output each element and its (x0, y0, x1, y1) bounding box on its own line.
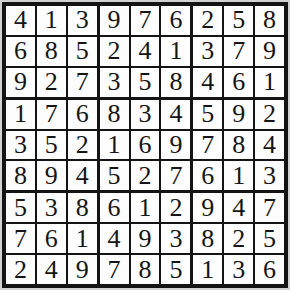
cell-r4c3: 6 (68, 100, 97, 129)
cell-r8c6: 3 (161, 224, 190, 253)
cell-r3c7: 4 (193, 68, 222, 97)
box-2-1: 176352894 (6, 100, 97, 191)
cell-r6c9: 3 (255, 161, 284, 190)
cell-r1c5: 7 (131, 6, 160, 35)
cell-r7c8: 4 (224, 193, 253, 222)
cell-r9c9: 6 (255, 255, 284, 284)
cell-r5c8: 8 (224, 131, 253, 160)
cell-r3c3: 7 (68, 68, 97, 97)
cell-r5c5: 6 (131, 131, 160, 160)
cell-r3c6: 8 (161, 68, 190, 97)
cell-r9c5: 8 (131, 255, 160, 284)
cell-r3c9: 1 (255, 68, 284, 97)
cell-r5c3: 2 (68, 131, 97, 160)
cell-r9c2: 4 (37, 255, 66, 284)
box-1-2: 976241358 (100, 6, 191, 97)
cell-r3c1: 9 (6, 68, 35, 97)
cell-r8c1: 7 (6, 224, 35, 253)
cell-r3c5: 5 (131, 68, 160, 97)
cell-r9c8: 3 (224, 255, 253, 284)
cell-r6c5: 2 (131, 161, 160, 190)
cell-r4c7: 5 (193, 100, 222, 129)
cell-r2c4: 2 (100, 37, 129, 66)
cell-r9c6: 5 (161, 255, 190, 284)
cell-r9c7: 1 (193, 255, 222, 284)
cell-r6c2: 9 (37, 161, 66, 190)
cell-r7c2: 3 (37, 193, 66, 222)
cell-r5c6: 9 (161, 131, 190, 160)
cell-r9c4: 7 (100, 255, 129, 284)
cell-r8c7: 8 (193, 224, 222, 253)
cell-r2c1: 6 (6, 37, 35, 66)
cell-r5c2: 5 (37, 131, 66, 160)
cell-r7c7: 9 (193, 193, 222, 222)
cell-r4c4: 8 (100, 100, 129, 129)
sudoku-board: 4136859279762413582583794611763528948341… (2, 2, 288, 288)
box-3-2: 612493785 (100, 193, 191, 284)
cell-r9c1: 2 (6, 255, 35, 284)
cell-r7c1: 5 (6, 193, 35, 222)
cell-r4c8: 9 (224, 100, 253, 129)
cell-r2c3: 5 (68, 37, 97, 66)
cell-r4c1: 1 (6, 100, 35, 129)
cell-r2c6: 1 (161, 37, 190, 66)
cell-r1c2: 1 (37, 6, 66, 35)
cell-r2c9: 9 (255, 37, 284, 66)
cell-r4c5: 3 (131, 100, 160, 129)
cell-r7c9: 7 (255, 193, 284, 222)
cell-r6c7: 6 (193, 161, 222, 190)
cell-r1c1: 4 (6, 6, 35, 35)
cell-r4c9: 2 (255, 100, 284, 129)
cell-r1c9: 8 (255, 6, 284, 35)
cell-r4c2: 7 (37, 100, 66, 129)
cell-r5c4: 1 (100, 131, 129, 160)
cell-r6c3: 4 (68, 161, 97, 190)
cell-r1c7: 2 (193, 6, 222, 35)
cell-r5c9: 4 (255, 131, 284, 160)
cell-r8c3: 1 (68, 224, 97, 253)
cell-r9c3: 9 (68, 255, 97, 284)
cell-r6c8: 1 (224, 161, 253, 190)
cell-r8c2: 6 (37, 224, 66, 253)
box-2-2: 834169527 (100, 100, 191, 191)
cell-r7c6: 2 (161, 193, 190, 222)
cell-r8c5: 9 (131, 224, 160, 253)
cell-r6c1: 8 (6, 161, 35, 190)
cell-r2c7: 3 (193, 37, 222, 66)
cell-r1c4: 9 (100, 6, 129, 35)
box-3-1: 538761249 (6, 193, 97, 284)
cell-r2c2: 8 (37, 37, 66, 66)
box-1-3: 258379461 (193, 6, 284, 97)
cell-r1c3: 3 (68, 6, 97, 35)
cell-r2c5: 4 (131, 37, 160, 66)
cell-r7c3: 8 (68, 193, 97, 222)
sudoku-page: 4136859279762413582583794611763528948341… (0, 0, 290, 290)
cell-r4c6: 4 (161, 100, 190, 129)
cell-r1c8: 5 (224, 6, 253, 35)
cell-r6c6: 7 (161, 161, 190, 190)
cell-r7c4: 6 (100, 193, 129, 222)
cell-r2c8: 7 (224, 37, 253, 66)
cell-r5c7: 7 (193, 131, 222, 160)
box-2-3: 592784613 (193, 100, 284, 191)
box-3-3: 947825136 (193, 193, 284, 284)
cell-r8c4: 4 (100, 224, 129, 253)
cell-r3c4: 3 (100, 68, 129, 97)
cell-r6c4: 5 (100, 161, 129, 190)
cell-r3c8: 6 (224, 68, 253, 97)
cell-r8c8: 2 (224, 224, 253, 253)
cell-r7c5: 1 (131, 193, 160, 222)
cell-r3c2: 2 (37, 68, 66, 97)
cell-r5c1: 3 (6, 131, 35, 160)
cell-r8c9: 5 (255, 224, 284, 253)
cell-r1c6: 6 (161, 6, 190, 35)
box-1-1: 413685927 (6, 6, 97, 97)
